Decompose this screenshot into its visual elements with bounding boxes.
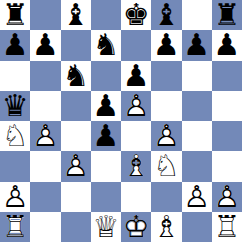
square-e3[interactable]: ♝♗	[121, 151, 151, 181]
square-d2[interactable]	[91, 182, 121, 212]
square-c5[interactable]	[61, 91, 91, 121]
square-f7[interactable]: ♟	[151, 30, 181, 60]
square-e7[interactable]	[121, 30, 151, 60]
black-pawn-icon[interactable]: ♟	[91, 91, 121, 121]
white-knight-icon[interactable]: ♘	[151, 151, 181, 181]
square-f8[interactable]: ♝	[151, 0, 181, 30]
square-f2[interactable]	[151, 182, 181, 212]
black-bishop-icon[interactable]: ♝	[151, 0, 181, 30]
square-b3[interactable]	[30, 151, 60, 181]
square-h8[interactable]: ♜	[212, 0, 242, 30]
square-g5[interactable]	[182, 91, 212, 121]
square-a5[interactable]: ♛	[0, 91, 30, 121]
square-b1[interactable]	[30, 212, 60, 242]
square-d4[interactable]: ♟	[91, 121, 121, 151]
square-h2[interactable]: ♟♙	[212, 182, 242, 212]
square-f3[interactable]: ♞♘	[151, 151, 181, 181]
square-c3[interactable]: ♟♙	[61, 151, 91, 181]
square-h3[interactable]	[212, 151, 242, 181]
black-pawn-icon[interactable]: ♟	[182, 30, 212, 60]
square-g8[interactable]	[182, 0, 212, 30]
square-e8[interactable]: ♚	[121, 0, 151, 30]
white-rook-icon[interactable]: ♖	[212, 212, 242, 242]
square-a6[interactable]	[0, 61, 30, 91]
black-pawn-icon[interactable]: ♟	[212, 30, 242, 60]
square-f1[interactable]: ♝♗	[151, 212, 181, 242]
black-pawn-icon[interactable]: ♟	[121, 61, 151, 91]
square-b5[interactable]	[30, 91, 60, 121]
white-pawn-icon[interactable]: ♙	[30, 121, 60, 151]
square-e2[interactable]	[121, 182, 151, 212]
white-king-icon[interactable]: ♔	[121, 212, 151, 242]
square-c8[interactable]: ♝	[61, 0, 91, 30]
square-c7[interactable]	[61, 30, 91, 60]
square-a1[interactable]: ♜♖	[0, 212, 30, 242]
black-pawn-icon[interactable]: ♟	[91, 121, 121, 151]
square-c6[interactable]: ♞	[61, 61, 91, 91]
square-h5[interactable]	[212, 91, 242, 121]
square-a3[interactable]	[0, 151, 30, 181]
square-e4[interactable]	[121, 121, 151, 151]
black-pawn-icon[interactable]: ♟	[30, 30, 60, 60]
square-f4[interactable]: ♟♙	[151, 121, 181, 151]
square-e5[interactable]: ♟♙	[121, 91, 151, 121]
white-pawn-icon[interactable]: ♙	[151, 121, 181, 151]
white-pawn-icon[interactable]: ♙	[212, 182, 242, 212]
square-h7[interactable]: ♟	[212, 30, 242, 60]
square-g6[interactable]	[182, 61, 212, 91]
square-g4[interactable]	[182, 121, 212, 151]
black-knight-icon[interactable]: ♞	[91, 30, 121, 60]
square-c1[interactable]	[61, 212, 91, 242]
black-bishop-icon[interactable]: ♝	[61, 0, 91, 30]
square-h6[interactable]	[212, 61, 242, 91]
white-pawn-icon[interactable]: ♙	[0, 182, 30, 212]
square-g2[interactable]: ♟♙	[182, 182, 212, 212]
square-b4[interactable]: ♟♙	[30, 121, 60, 151]
black-king-icon[interactable]: ♚	[121, 0, 151, 30]
square-h4[interactable]	[212, 121, 242, 151]
white-knight-icon[interactable]: ♘	[0, 121, 30, 151]
square-d5[interactable]: ♟	[91, 91, 121, 121]
square-d1[interactable]: ♛♕	[91, 212, 121, 242]
square-h1[interactable]: ♜♖	[212, 212, 242, 242]
square-g1[interactable]	[182, 212, 212, 242]
square-e6[interactable]: ♟	[121, 61, 151, 91]
square-b7[interactable]: ♟	[30, 30, 60, 60]
black-pawn-icon[interactable]: ♟	[0, 30, 30, 60]
square-a8[interactable]: ♜	[0, 0, 30, 30]
square-f5[interactable]	[151, 91, 181, 121]
black-knight-icon[interactable]: ♞	[61, 61, 91, 91]
square-f6[interactable]	[151, 61, 181, 91]
square-b2[interactable]	[30, 182, 60, 212]
black-rook-icon[interactable]: ♜	[212, 0, 242, 30]
square-c2[interactable]	[61, 182, 91, 212]
white-pawn-icon[interactable]: ♙	[121, 91, 151, 121]
white-pawn-icon[interactable]: ♙	[182, 182, 212, 212]
square-d8[interactable]	[91, 0, 121, 30]
square-b8[interactable]	[30, 0, 60, 30]
white-bishop-icon[interactable]: ♗	[121, 151, 151, 181]
square-a7[interactable]: ♟	[0, 30, 30, 60]
square-c4[interactable]	[61, 121, 91, 151]
black-pawn-icon[interactable]: ♟	[151, 30, 181, 60]
black-rook-icon[interactable]: ♜	[0, 0, 30, 30]
square-a2[interactable]: ♟♙	[0, 182, 30, 212]
square-b6[interactable]	[30, 61, 60, 91]
square-a4[interactable]: ♞♘	[0, 121, 30, 151]
white-queen-icon[interactable]: ♕	[91, 212, 121, 242]
square-e1[interactable]: ♚♔	[121, 212, 151, 242]
square-d3[interactable]	[91, 151, 121, 181]
square-g7[interactable]: ♟	[182, 30, 212, 60]
black-queen-icon[interactable]: ♛	[0, 91, 30, 121]
square-g3[interactable]	[182, 151, 212, 181]
white-bishop-icon[interactable]: ♗	[151, 212, 181, 242]
white-pawn-icon[interactable]: ♙	[61, 151, 91, 181]
square-d6[interactable]	[91, 61, 121, 91]
square-d7[interactable]: ♞	[91, 30, 121, 60]
chess-board: ♜♝♚♝♜♟♟♞♟♟♟♞♟♛♟♟♙♞♘♟♙♟♟♙♟♙♝♗♞♘♟♙♟♙♟♙♜♖♛♕…	[0, 0, 242, 242]
white-rook-icon[interactable]: ♖	[0, 212, 30, 242]
